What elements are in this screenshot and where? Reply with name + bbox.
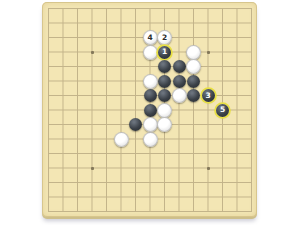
stone-white (186, 45, 201, 60)
star-point (91, 51, 94, 54)
star-point (91, 167, 94, 170)
stone-black-move-3: 3 (202, 89, 215, 102)
stone-black (187, 89, 200, 102)
stone-black (144, 104, 157, 117)
stone-black (173, 60, 186, 73)
stone-black (173, 75, 186, 88)
stone-black (144, 89, 157, 102)
stone-black (158, 75, 171, 88)
star-point (207, 51, 210, 54)
stone-white-move-4: 4 (143, 30, 158, 45)
stone-white (143, 74, 158, 89)
stone-black (129, 118, 142, 131)
stone-black (158, 89, 171, 102)
stone-white (143, 132, 158, 147)
stone-white (114, 132, 129, 147)
stone-white (157, 103, 172, 118)
page-background: 42135 (0, 0, 300, 225)
stone-white-move-2: 2 (157, 30, 172, 45)
stone-black (158, 60, 171, 73)
board-intersections[interactable]: 42135 (41, 1, 259, 219)
stone-black (187, 75, 200, 88)
gomoku-board[interactable]: 42135 (42, 2, 257, 217)
stone-white (172, 88, 187, 103)
stone-white (157, 117, 172, 132)
stone-white (143, 117, 158, 132)
stone-black-move-1: 1 (158, 46, 171, 59)
stone-white (143, 45, 158, 60)
stone-white (186, 59, 201, 74)
star-point (207, 167, 210, 170)
stone-black-move-5: 5 (216, 104, 229, 117)
